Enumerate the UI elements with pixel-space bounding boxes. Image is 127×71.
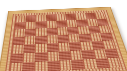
photo-background — [0, 0, 127, 71]
board-square — [107, 58, 122, 68]
board-square — [9, 63, 22, 71]
board-square — [47, 61, 60, 71]
board-outer-border — [0, 7, 127, 71]
board-square — [35, 61, 48, 71]
board-striped-band — [4, 10, 126, 71]
board-perspective-wrapper — [0, 7, 127, 71]
board-square — [22, 62, 35, 71]
checkerboard-grid — [9, 12, 121, 71]
